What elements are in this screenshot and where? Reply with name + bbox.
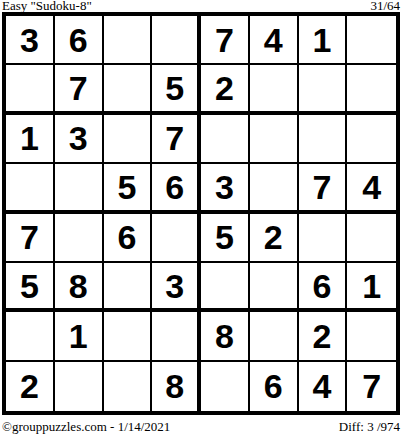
cell-r4c6[interactable]: [250, 164, 299, 213]
cell-r7c1[interactable]: [6, 312, 55, 361]
cell-r4c4[interactable]: 6: [152, 164, 201, 213]
cell-r7c8[interactable]: [347, 312, 396, 361]
cell-r5c5[interactable]: 5: [201, 214, 250, 263]
cell-r6c3[interactable]: [104, 263, 153, 312]
cell-r5c2[interactable]: [55, 214, 104, 263]
cell-r6c8[interactable]: 1: [347, 263, 396, 312]
cell-r2c3[interactable]: [104, 65, 153, 114]
cell-r4c7[interactable]: 7: [299, 164, 348, 213]
copyright-text: ©grouppuzzles.com - 1/14/2021: [2, 419, 170, 434]
cell-r1c1[interactable]: 3: [6, 16, 55, 65]
cell-r4c3[interactable]: 5: [104, 164, 153, 213]
cell-r3c1[interactable]: 1: [6, 115, 55, 164]
cell-r2c1[interactable]: [6, 65, 55, 114]
difficulty-text: Diff: 3 /974: [339, 419, 400, 434]
cell-r3c4[interactable]: 7: [152, 115, 201, 164]
cell-r3c5[interactable]: [201, 115, 250, 164]
cell-r4c1[interactable]: [6, 164, 55, 213]
cell-r6c5[interactable]: [201, 263, 250, 312]
puzzle-counter: 31/64: [370, 0, 400, 12]
cell-r1c7[interactable]: 1: [299, 16, 348, 65]
cell-r6c4[interactable]: 3: [152, 263, 201, 312]
sudoku-grid: 367417521375637476525836118228647: [2, 12, 400, 415]
cell-r7c3[interactable]: [104, 312, 153, 361]
cell-r7c2[interactable]: 1: [55, 312, 104, 361]
cell-r7c7[interactable]: 2: [299, 312, 348, 361]
cell-r7c6[interactable]: [250, 312, 299, 361]
cell-r8c6[interactable]: 6: [250, 362, 299, 411]
cell-r4c5[interactable]: 3: [201, 164, 250, 213]
cell-r5c6[interactable]: 2: [250, 214, 299, 263]
cell-r4c8[interactable]: 4: [347, 164, 396, 213]
cell-r1c5[interactable]: 7: [201, 16, 250, 65]
cell-r4c2[interactable]: [55, 164, 104, 213]
cell-r3c8[interactable]: [347, 115, 396, 164]
cell-r6c1[interactable]: 5: [6, 263, 55, 312]
cell-r8c2[interactable]: [55, 362, 104, 411]
cell-r5c1[interactable]: 7: [6, 214, 55, 263]
cell-r6c6[interactable]: [250, 263, 299, 312]
cell-r8c7[interactable]: 4: [299, 362, 348, 411]
cell-r8c3[interactable]: [104, 362, 153, 411]
cell-r3c6[interactable]: [250, 115, 299, 164]
cell-r2c2[interactable]: 7: [55, 65, 104, 114]
cell-r6c2[interactable]: 8: [55, 263, 104, 312]
cell-r2c7[interactable]: [299, 65, 348, 114]
cell-r7c4[interactable]: [152, 312, 201, 361]
cell-r7c5[interactable]: 8: [201, 312, 250, 361]
cell-r8c1[interactable]: 2: [6, 362, 55, 411]
cell-r5c8[interactable]: [347, 214, 396, 263]
cell-r3c3[interactable]: [104, 115, 153, 164]
cell-r1c3[interactable]: [104, 16, 153, 65]
cell-r3c7[interactable]: [299, 115, 348, 164]
cell-r1c4[interactable]: [152, 16, 201, 65]
cell-r2c6[interactable]: [250, 65, 299, 114]
cell-r8c4[interactable]: 8: [152, 362, 201, 411]
cell-r1c2[interactable]: 6: [55, 16, 104, 65]
cell-r2c8[interactable]: [347, 65, 396, 114]
cell-r2c5[interactable]: 2: [201, 65, 250, 114]
cell-r8c8[interactable]: 7: [347, 362, 396, 411]
cell-r6c7[interactable]: 6: [299, 263, 348, 312]
cell-r1c6[interactable]: 4: [250, 16, 299, 65]
cell-r8c5[interactable]: [201, 362, 250, 411]
cell-r5c4[interactable]: [152, 214, 201, 263]
footer: ©grouppuzzles.com - 1/14/2021 Diff: 3 /9…: [2, 419, 400, 434]
puzzle-title: Easy "Sudoku-8": [2, 0, 92, 12]
cell-r2c4[interactable]: 5: [152, 65, 201, 114]
header: Easy "Sudoku-8" 31/64: [2, 0, 400, 12]
cell-r3c2[interactable]: 3: [55, 115, 104, 164]
cell-r5c7[interactable]: [299, 214, 348, 263]
cell-r1c8[interactable]: [347, 16, 396, 65]
cell-r5c3[interactable]: 6: [104, 214, 153, 263]
